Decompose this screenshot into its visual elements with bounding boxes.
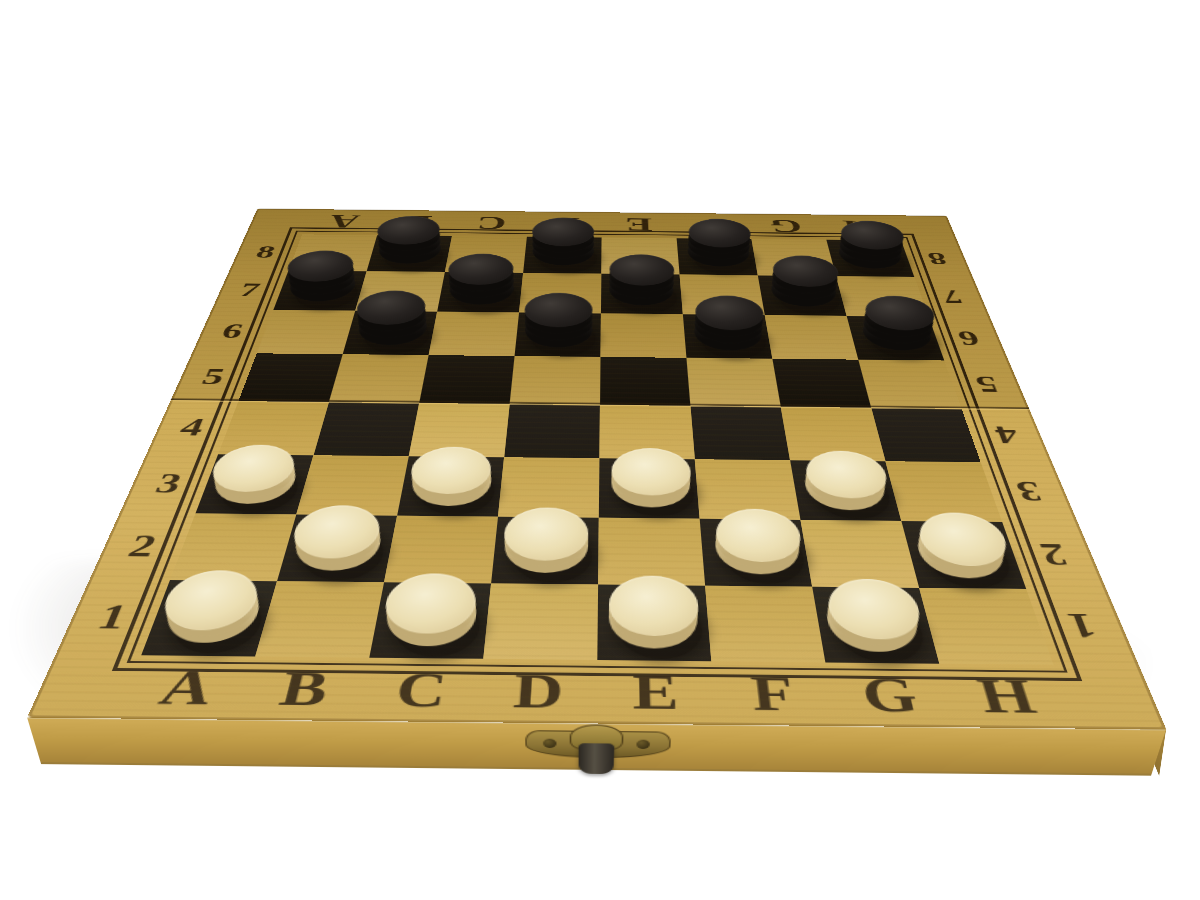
product-photo-scene: ABCDEFGH ABCDEFGH 87654321 87654321: [0, 0, 1200, 900]
folding-wooden-checkers-board: ABCDEFGH ABCDEFGH 87654321 87654321: [27, 209, 1166, 730]
brass-clasp: [525, 726, 669, 769]
clasp-pin-knob: [579, 743, 615, 774]
clasp-screw-left-icon: [543, 739, 556, 748]
board-top-face: ABCDEFGH ABCDEFGH 87654321 87654321: [27, 209, 1166, 730]
